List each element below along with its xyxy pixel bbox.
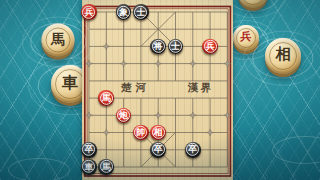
xiangqi-scene: 楚河 漢界 兵象士将士兵馬炮帥相卒卒卒車馬 馬車相兵: [0, 0, 320, 180]
black-elephant[interactable]: 象: [116, 4, 132, 20]
black-horse[interactable]: 馬: [98, 159, 114, 175]
black-advisor[interactable]: 士: [133, 4, 149, 20]
red-general[interactable]: 帥: [133, 125, 149, 141]
black-soldier[interactable]: 卒: [81, 142, 97, 158]
black-general[interactable]: 将: [150, 39, 166, 55]
black-soldier[interactable]: 卒: [185, 142, 201, 158]
red-elephant[interactable]: 相: [150, 125, 166, 141]
red-soldier[interactable]: 兵: [81, 4, 97, 20]
decor-piece-horse: 馬: [42, 24, 75, 57]
black-soldier[interactable]: 卒: [150, 142, 166, 158]
red-horse[interactable]: 馬: [98, 90, 114, 106]
water-ripple: [8, 158, 70, 180]
piece-layer[interactable]: 兵象士将士兵馬炮帥相卒卒卒車馬: [80, 3, 236, 175]
black-chariot[interactable]: 車: [81, 159, 97, 175]
black-advisor[interactable]: 士: [168, 39, 184, 55]
red-cannon[interactable]: 炮: [116, 108, 132, 124]
decor-piece-top-edge: [238, 0, 268, 8]
decor-piece-elephant: 相: [265, 38, 301, 74]
red-soldier[interactable]: 兵: [202, 39, 218, 55]
